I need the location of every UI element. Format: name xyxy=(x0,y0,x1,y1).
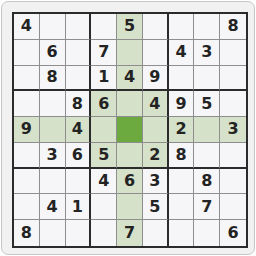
cell-r9c3[interactable] xyxy=(66,220,92,246)
cell-r7c9[interactable] xyxy=(220,169,246,195)
cell-r4c4[interactable]: 6 xyxy=(91,91,117,117)
cell-r4c8[interactable]: 5 xyxy=(194,91,220,117)
cell-r9c6[interactable] xyxy=(143,220,169,246)
cell-r6c6[interactable]: 2 xyxy=(143,143,169,169)
cell-r5c7[interactable]: 2 xyxy=(169,117,195,143)
board-card: 458674381498649594233652846384157876 xyxy=(1,1,255,255)
cell-r9c2[interactable] xyxy=(40,220,66,246)
cell-r6c4[interactable]: 5 xyxy=(91,143,117,169)
cell-r2c7[interactable]: 4 xyxy=(169,40,195,66)
cell-r2c8[interactable]: 3 xyxy=(194,40,220,66)
cell-r1c1[interactable]: 4 xyxy=(14,14,40,40)
cell-r4c2[interactable] xyxy=(40,91,66,117)
cell-r2c2[interactable]: 6 xyxy=(40,40,66,66)
cell-r6c9[interactable] xyxy=(220,143,246,169)
cell-r8c3[interactable]: 1 xyxy=(66,194,92,220)
cell-r5c6[interactable] xyxy=(143,117,169,143)
cell-r3c7[interactable] xyxy=(169,66,195,92)
sudoku-board: 458674381498649594233652846384157876 xyxy=(12,12,248,248)
cell-r2c3[interactable] xyxy=(66,40,92,66)
cell-r9c5[interactable]: 7 xyxy=(117,220,143,246)
cell-r3c6[interactable]: 9 xyxy=(143,66,169,92)
cell-r3c9[interactable] xyxy=(220,66,246,92)
cell-r8c2[interactable]: 4 xyxy=(40,194,66,220)
cell-r7c3[interactable] xyxy=(66,169,92,195)
cell-r3c3[interactable] xyxy=(66,66,92,92)
cell-r1c9[interactable]: 8 xyxy=(220,14,246,40)
cell-r8c4[interactable] xyxy=(91,194,117,220)
cell-r2c1[interactable] xyxy=(14,40,40,66)
cell-r4c7[interactable]: 9 xyxy=(169,91,195,117)
cell-r7c8[interactable]: 8 xyxy=(194,169,220,195)
cell-r5c3[interactable]: 4 xyxy=(66,117,92,143)
cell-r1c2[interactable] xyxy=(40,14,66,40)
cell-r4c3[interactable]: 8 xyxy=(66,91,92,117)
cell-r7c7[interactable] xyxy=(169,169,195,195)
cell-r2c5[interactable] xyxy=(117,40,143,66)
cell-r7c4[interactable]: 4 xyxy=(91,169,117,195)
cell-r6c2[interactable]: 3 xyxy=(40,143,66,169)
cell-r1c5[interactable]: 5 xyxy=(117,14,143,40)
cell-r8c9[interactable] xyxy=(220,194,246,220)
cell-r2c6[interactable] xyxy=(143,40,169,66)
cell-r3c1[interactable] xyxy=(14,66,40,92)
cell-r7c2[interactable] xyxy=(40,169,66,195)
cell-r9c4[interactable] xyxy=(91,220,117,246)
cell-r9c9[interactable]: 6 xyxy=(220,220,246,246)
cell-r3c5[interactable]: 4 xyxy=(117,66,143,92)
cell-r3c2[interactable]: 8 xyxy=(40,66,66,92)
cell-r4c6[interactable]: 4 xyxy=(143,91,169,117)
cell-r2c9[interactable] xyxy=(220,40,246,66)
cell-r9c8[interactable] xyxy=(194,220,220,246)
cell-r8c8[interactable]: 7 xyxy=(194,194,220,220)
cell-r5c1[interactable]: 9 xyxy=(14,117,40,143)
cell-r4c1[interactable] xyxy=(14,91,40,117)
cell-r6c3[interactable]: 6 xyxy=(66,143,92,169)
cell-r1c4[interactable] xyxy=(91,14,117,40)
cell-r8c1[interactable] xyxy=(14,194,40,220)
cell-r1c7[interactable] xyxy=(169,14,195,40)
cell-r6c8[interactable] xyxy=(194,143,220,169)
cell-r6c5[interactable] xyxy=(117,143,143,169)
cell-r8c5[interactable] xyxy=(117,194,143,220)
cell-r3c4[interactable]: 1 xyxy=(91,66,117,92)
cell-r5c2[interactable] xyxy=(40,117,66,143)
cell-r1c3[interactable] xyxy=(66,14,92,40)
cell-r9c1[interactable]: 8 xyxy=(14,220,40,246)
cell-r4c9[interactable] xyxy=(220,91,246,117)
cell-r8c7[interactable] xyxy=(169,194,195,220)
cell-r3c8[interactable] xyxy=(194,66,220,92)
cell-r1c6[interactable] xyxy=(143,14,169,40)
cell-r7c6[interactable]: 3 xyxy=(143,169,169,195)
cell-r9c7[interactable] xyxy=(169,220,195,246)
cell-r4c5[interactable] xyxy=(117,91,143,117)
cell-r6c1[interactable] xyxy=(14,143,40,169)
cell-r6c7[interactable]: 8 xyxy=(169,143,195,169)
cell-r5c4[interactable] xyxy=(91,117,117,143)
cell-r2c4[interactable]: 7 xyxy=(91,40,117,66)
cell-r8c6[interactable]: 5 xyxy=(143,194,169,220)
cell-r5c8[interactable] xyxy=(194,117,220,143)
cell-r5c5[interactable] xyxy=(117,117,143,143)
cell-r5c9[interactable]: 3 xyxy=(220,117,246,143)
cell-r7c1[interactable] xyxy=(14,169,40,195)
cell-r1c8[interactable] xyxy=(194,14,220,40)
cell-r7c5[interactable]: 6 xyxy=(117,169,143,195)
